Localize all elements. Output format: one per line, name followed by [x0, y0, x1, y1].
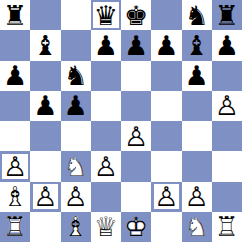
square-b6[interactable]	[30, 61, 60, 91]
piece-white-pawn: ♟♙	[151, 182, 181, 212]
piece-white-knight: ♞♘	[182, 212, 212, 242]
square-h8[interactable]: ♜	[212, 0, 242, 30]
square-d7[interactable]: ♟	[91, 30, 121, 60]
piece-black-rook: ♜	[0, 0, 30, 30]
square-e3[interactable]	[121, 151, 151, 181]
piece-black-pawn: ♟	[61, 91, 91, 121]
piece-black-bishop: ♝	[182, 30, 212, 60]
square-g6[interactable]: ♟	[182, 61, 212, 91]
square-d1[interactable]: ♛♕	[91, 212, 121, 242]
square-g7[interactable]: ♝	[182, 30, 212, 60]
square-d4[interactable]	[91, 121, 121, 151]
piece-black-pawn: ♟	[121, 30, 151, 60]
piece-white-rook: ♜♖	[212, 212, 242, 242]
square-h7[interactable]: ♟	[212, 30, 242, 60]
square-h4[interactable]	[212, 121, 242, 151]
piece-black-bishop: ♝	[30, 30, 60, 60]
square-e8[interactable]: ♚	[121, 0, 151, 30]
square-h3[interactable]	[212, 151, 242, 181]
square-h5[interactable]: ♟♙	[212, 91, 242, 121]
square-c8[interactable]	[61, 0, 91, 30]
square-f3[interactable]	[151, 151, 181, 181]
piece-white-pawn: ♟♙	[0, 151, 30, 181]
piece-white-king: ♚♔	[121, 212, 151, 242]
piece-white-pawn: ♟♙	[212, 91, 242, 121]
square-a4[interactable]	[0, 121, 30, 151]
square-g3[interactable]	[182, 151, 212, 181]
square-f4[interactable]	[151, 121, 181, 151]
square-d2[interactable]	[91, 182, 121, 212]
square-a1[interactable]: ♜♖	[0, 212, 30, 242]
square-e5[interactable]	[121, 91, 151, 121]
piece-white-pawn: ♟♙	[91, 151, 121, 181]
piece-black-king: ♚	[121, 0, 151, 30]
square-f5[interactable]	[151, 91, 181, 121]
square-b2[interactable]: ♟♙	[30, 182, 60, 212]
piece-white-pawn: ♟♙	[30, 182, 60, 212]
piece-black-pawn: ♟	[151, 30, 181, 60]
square-a6[interactable]: ♟	[0, 61, 30, 91]
piece-black-pawn: ♟	[212, 30, 242, 60]
square-g1[interactable]: ♞♘	[182, 212, 212, 242]
piece-black-knight: ♞	[182, 0, 212, 30]
square-c4[interactable]	[61, 121, 91, 151]
square-c7[interactable]	[61, 30, 91, 60]
square-b1[interactable]	[30, 212, 60, 242]
square-b7[interactable]: ♝	[30, 30, 60, 60]
square-f8[interactable]	[151, 0, 181, 30]
square-a8[interactable]: ♜	[0, 0, 30, 30]
square-d8[interactable]: ♛	[91, 0, 121, 30]
square-h6[interactable]	[212, 61, 242, 91]
piece-black-queen: ♛	[91, 0, 121, 30]
square-c1[interactable]: ♝♗	[61, 212, 91, 242]
square-e7[interactable]: ♟	[121, 30, 151, 60]
piece-white-queen: ♛♕	[91, 212, 121, 242]
square-a7[interactable]	[0, 30, 30, 60]
square-h2[interactable]	[212, 182, 242, 212]
square-e6[interactable]	[121, 61, 151, 91]
square-g2[interactable]: ♟♙	[182, 182, 212, 212]
piece-white-rook: ♜♖	[0, 212, 30, 242]
square-a3[interactable]: ♟♙	[0, 151, 30, 181]
square-d5[interactable]	[91, 91, 121, 121]
square-h1[interactable]: ♜♖	[212, 212, 242, 242]
square-b5[interactable]: ♟	[30, 91, 60, 121]
square-g5[interactable]	[182, 91, 212, 121]
square-e4[interactable]: ♟♙	[121, 121, 151, 151]
piece-white-knight: ♞♘	[61, 151, 91, 181]
square-a5[interactable]	[0, 91, 30, 121]
piece-white-pawn: ♟♙	[182, 182, 212, 212]
piece-black-pawn: ♟	[91, 30, 121, 60]
square-b8[interactable]	[30, 0, 60, 30]
square-d6[interactable]	[91, 61, 121, 91]
square-e2[interactable]	[121, 182, 151, 212]
piece-white-bishop: ♝♗	[0, 182, 30, 212]
piece-black-rook: ♜	[212, 0, 242, 30]
square-g4[interactable]	[182, 121, 212, 151]
square-b4[interactable]	[30, 121, 60, 151]
square-c2[interactable]: ♟♙	[61, 182, 91, 212]
piece-white-pawn: ♟♙	[61, 182, 91, 212]
piece-white-bishop: ♝♗	[61, 212, 91, 242]
square-f2[interactable]: ♟♙	[151, 182, 181, 212]
square-b3[interactable]	[30, 151, 60, 181]
piece-white-pawn: ♟♙	[121, 121, 151, 151]
chess-board: ♜♛♚♞♜♝♟♟♟♝♟♟♞♟♟♟♟♙♟♙♟♙♞♘♟♙♝♗♟♙♟♙♟♙♟♙♜♖♝♗…	[0, 0, 242, 242]
square-f1[interactable]	[151, 212, 181, 242]
square-f6[interactable]	[151, 61, 181, 91]
square-c5[interactable]: ♟	[61, 91, 91, 121]
square-c6[interactable]: ♞	[61, 61, 91, 91]
square-e1[interactable]: ♚♔	[121, 212, 151, 242]
piece-black-knight: ♞	[61, 61, 91, 91]
square-a2[interactable]: ♝♗	[0, 182, 30, 212]
piece-black-pawn: ♟	[0, 61, 30, 91]
square-g8[interactable]: ♞	[182, 0, 212, 30]
piece-black-pawn: ♟	[182, 61, 212, 91]
square-d3[interactable]: ♟♙	[91, 151, 121, 181]
piece-black-pawn: ♟	[30, 91, 60, 121]
square-c3[interactable]: ♞♘	[61, 151, 91, 181]
square-f7[interactable]: ♟	[151, 30, 181, 60]
